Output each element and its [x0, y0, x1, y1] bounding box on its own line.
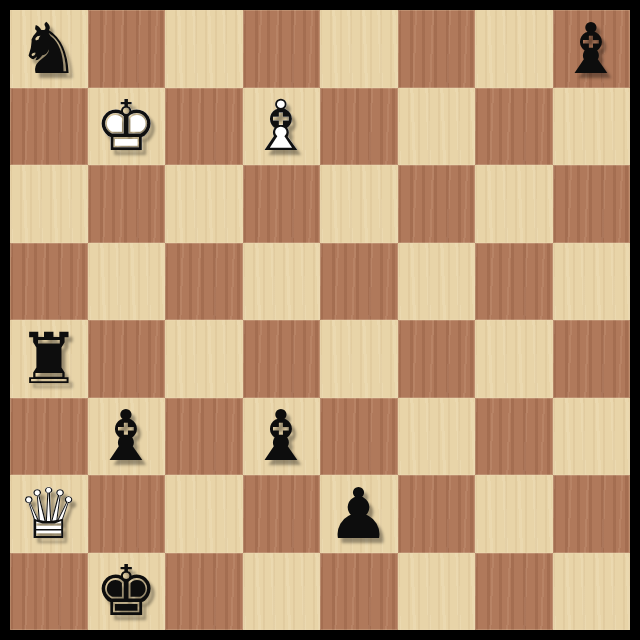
- piece-black-rook-a4: ♜: [10, 320, 88, 398]
- piece-black-bishop-b3: ♝: [88, 398, 166, 476]
- square-e4[interactable]: [320, 320, 398, 398]
- piece-white-queen-fill: ♛: [10, 475, 88, 553]
- square-a4[interactable]: ♜: [10, 320, 88, 398]
- square-g2[interactable]: [475, 475, 553, 553]
- square-f2[interactable]: [398, 475, 476, 553]
- square-a1[interactable]: [10, 553, 88, 631]
- piece-white-queen-a2: ♕: [10, 475, 88, 553]
- square-e3[interactable]: [320, 398, 398, 476]
- square-c1[interactable]: [165, 553, 243, 631]
- square-f4[interactable]: [398, 320, 476, 398]
- square-e6[interactable]: [320, 165, 398, 243]
- square-b7[interactable]: ♚♔: [88, 88, 166, 166]
- piece-black-knight-a8: ♞: [10, 10, 88, 88]
- square-h1[interactable]: [553, 553, 631, 631]
- square-g6[interactable]: [475, 165, 553, 243]
- board-frame: ♞♝♚♔♝♗♜♝♝♛♕♟♚: [0, 0, 640, 640]
- square-g8[interactable]: [475, 10, 553, 88]
- square-b3[interactable]: ♝: [88, 398, 166, 476]
- square-f8[interactable]: [398, 10, 476, 88]
- square-g1[interactable]: [475, 553, 553, 631]
- square-b2[interactable]: [88, 475, 166, 553]
- square-e7[interactable]: [320, 88, 398, 166]
- square-a2[interactable]: ♛♕: [10, 475, 88, 553]
- piece-white-king-fill: ♚: [88, 88, 166, 166]
- square-d5[interactable]: [243, 243, 321, 321]
- square-c2[interactable]: [165, 475, 243, 553]
- square-h6[interactable]: [553, 165, 631, 243]
- piece-white-bishop-d7: ♗: [243, 88, 321, 166]
- square-e1[interactable]: [320, 553, 398, 631]
- chess-board: ♞♝♚♔♝♗♜♝♝♛♕♟♚: [10, 10, 630, 630]
- square-g7[interactable]: [475, 88, 553, 166]
- square-h2[interactable]: [553, 475, 631, 553]
- square-h3[interactable]: [553, 398, 631, 476]
- square-c3[interactable]: [165, 398, 243, 476]
- square-a7[interactable]: [10, 88, 88, 166]
- piece-black-bishop-d3: ♝: [243, 398, 321, 476]
- square-b1[interactable]: ♚: [88, 553, 166, 631]
- square-e2[interactable]: ♟: [320, 475, 398, 553]
- square-f6[interactable]: [398, 165, 476, 243]
- square-f3[interactable]: [398, 398, 476, 476]
- square-h7[interactable]: [553, 88, 631, 166]
- square-f5[interactable]: [398, 243, 476, 321]
- square-a3[interactable]: [10, 398, 88, 476]
- square-a6[interactable]: [10, 165, 88, 243]
- square-b4[interactable]: [88, 320, 166, 398]
- square-c8[interactable]: [165, 10, 243, 88]
- square-c7[interactable]: [165, 88, 243, 166]
- square-g5[interactable]: [475, 243, 553, 321]
- square-d2[interactable]: [243, 475, 321, 553]
- square-a5[interactable]: [10, 243, 88, 321]
- square-c4[interactable]: [165, 320, 243, 398]
- square-f1[interactable]: [398, 553, 476, 631]
- square-d8[interactable]: [243, 10, 321, 88]
- square-h4[interactable]: [553, 320, 631, 398]
- square-c5[interactable]: [165, 243, 243, 321]
- square-e5[interactable]: [320, 243, 398, 321]
- piece-black-king-b1: ♚: [88, 553, 166, 631]
- square-g3[interactable]: [475, 398, 553, 476]
- square-h5[interactable]: [553, 243, 631, 321]
- square-e8[interactable]: [320, 10, 398, 88]
- square-d4[interactable]: [243, 320, 321, 398]
- square-c6[interactable]: [165, 165, 243, 243]
- square-a8[interactable]: ♞: [10, 10, 88, 88]
- square-d3[interactable]: ♝: [243, 398, 321, 476]
- square-g4[interactable]: [475, 320, 553, 398]
- square-b8[interactable]: [88, 10, 166, 88]
- square-f7[interactable]: [398, 88, 476, 166]
- square-d6[interactable]: [243, 165, 321, 243]
- square-d1[interactable]: [243, 553, 321, 631]
- square-b5[interactable]: [88, 243, 166, 321]
- square-d7[interactable]: ♝♗: [243, 88, 321, 166]
- square-h8[interactable]: ♝: [553, 10, 631, 88]
- piece-black-pawn-e2: ♟: [320, 475, 398, 553]
- piece-white-bishop-fill: ♝: [243, 88, 321, 166]
- piece-black-bishop-h8: ♝: [553, 10, 631, 88]
- square-b6[interactable]: [88, 165, 166, 243]
- piece-white-king-b7: ♔: [88, 88, 166, 166]
